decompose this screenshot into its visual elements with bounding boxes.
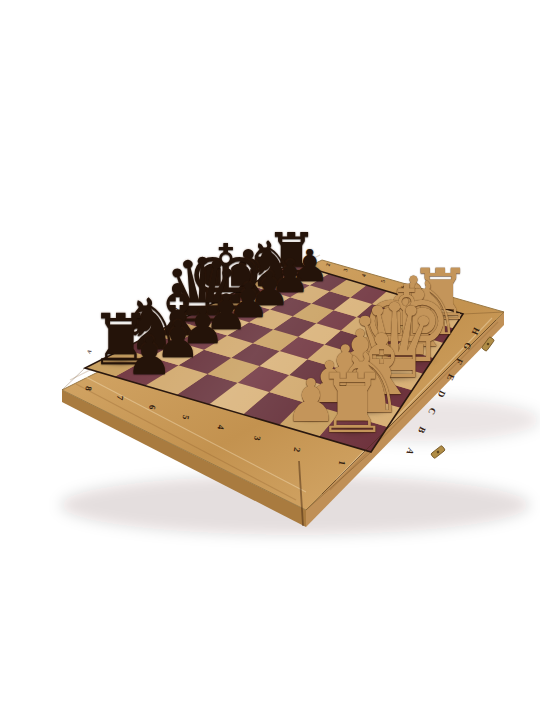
chess-board: 1827364554637281AABBCCDDEEFFGGHH: [0, 0, 540, 720]
file-label-A: A: [404, 446, 416, 457]
hinge-2: [431, 445, 446, 458]
far-file-label-H: H: [267, 260, 275, 267]
far-file-label-B: B: [118, 333, 125, 339]
chess-set-photo: 1827364554637281AABBCCDDEEFFGGHH ♜♟♞♟♝♟♚…: [0, 0, 540, 720]
far-file-label-E: E: [197, 295, 204, 301]
far-file-label-G: G: [244, 271, 252, 278]
far-file-label-A: A: [85, 348, 92, 354]
far-file-label-F: F: [221, 283, 228, 289]
far-file-label-D: D: [172, 307, 179, 313]
far-file-label-C: C: [146, 319, 153, 325]
